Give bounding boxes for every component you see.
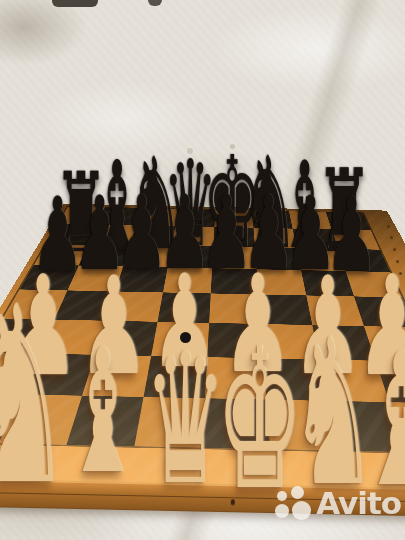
rook-glyph: ♜ (316, 154, 374, 269)
watermark: Avito (274, 484, 401, 522)
white-pawn-e2: ♟ (148, 257, 368, 392)
pawn-glyph: ♟ (151, 258, 218, 386)
pawn-glyph: ♟ (79, 259, 149, 394)
black-pawn-a7: ♟ (0, 184, 168, 286)
white-pawn-d2: ♟ (74, 258, 294, 386)
pawn-glyph: ♟ (242, 182, 295, 284)
queen-finial-dot (187, 148, 193, 154)
pawn-glyph: ♟ (31, 184, 84, 286)
black-bishop-g8: ♝ (195, 146, 405, 266)
pawn-glyph: ♟ (73, 183, 126, 285)
pawn-glyph: ♟ (356, 258, 405, 396)
queen-glyph: ♛ (163, 145, 216, 264)
pawn-glyph: ♟ (200, 182, 253, 284)
black-pawn-b7: ♟ (0, 183, 210, 285)
white-queen-d1: ♛ (75, 329, 295, 510)
pawn-glyph: ♟ (115, 182, 168, 284)
knight-glyph: ♞ (128, 141, 185, 268)
black-pawn-h7: ♟ (242, 184, 405, 286)
black-rook-h8: ♜ (235, 154, 405, 269)
knight-glyph: ♞ (0, 274, 71, 519)
black-knight-c8: ♞ (46, 141, 266, 268)
king-finial-dot (230, 144, 235, 149)
listing-photo-chess-set: ♜♝♞♛♚♞♝♜♟♟♟♟♟♟♟♟♟♟♟♟♟♟♞♝♛♚♞♝ Avito (0, 0, 405, 540)
queen-finial-dot (180, 332, 191, 343)
queen-glyph: ♛ (144, 329, 225, 510)
black-knight-f8: ♞ (160, 140, 380, 267)
pawn-glyph: ♟ (284, 183, 337, 285)
black-king-e8: ♚ (122, 140, 342, 266)
bishop-glyph: ♝ (91, 145, 144, 268)
avito-logo-icon (274, 484, 312, 522)
rook-glyph: ♜ (53, 158, 108, 268)
pawn-glyph: ♟ (158, 182, 211, 284)
knight-glyph: ♞ (242, 140, 299, 267)
pieces-layer: ♜♝♞♛♚♞♝♜♟♟♟♟♟♟♟♟♟♟♟♟♟♟♞♝♛♚♞♝ (0, 0, 405, 540)
bishop-glyph: ♝ (279, 146, 331, 266)
black-queen-d8: ♛ (80, 145, 300, 264)
black-rook-a8: ♜ (0, 158, 191, 268)
white-pawn-g2: ♟ (282, 258, 405, 396)
pawn-glyph: ♟ (325, 184, 378, 286)
white-pawn-b2: ♟ (0, 258, 153, 396)
pawn-glyph: ♟ (223, 257, 293, 392)
king-glyph: ♚ (203, 140, 262, 266)
pawn-glyph: ♟ (7, 258, 79, 396)
black-pawn-e7: ♟ (117, 182, 337, 284)
black-pawn-d7: ♟ (75, 182, 295, 284)
black-pawn-f7: ♟ (159, 182, 379, 284)
white-pawn-f2: ♟ (218, 259, 405, 394)
black-bishop-b8: ♝ (7, 145, 227, 268)
white-bishop-c1: ♝ (0, 326, 213, 497)
white-pawn-c2: ♟ (4, 259, 224, 394)
watermark-text: Avito (316, 485, 401, 521)
black-pawn-g7: ♟ (201, 183, 405, 285)
black-pawn-c7: ♟ (32, 182, 252, 284)
bishop-glyph: ♝ (65, 326, 142, 497)
pawn-glyph: ♟ (293, 259, 363, 394)
white-knight-b1: ♞ (0, 274, 130, 519)
